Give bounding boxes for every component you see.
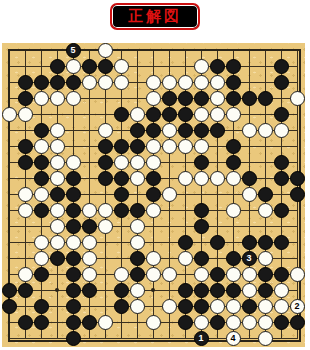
board-point bbox=[97, 186, 113, 202]
black-stone bbox=[50, 187, 65, 202]
board-point bbox=[225, 298, 241, 314]
board-point bbox=[193, 170, 209, 186]
white-stone bbox=[114, 75, 129, 90]
board-point bbox=[193, 218, 209, 234]
board-point bbox=[193, 202, 209, 218]
board-point bbox=[177, 154, 193, 170]
board-point bbox=[209, 170, 225, 186]
board-point bbox=[113, 250, 129, 266]
white-stone bbox=[146, 91, 161, 106]
board-point bbox=[17, 298, 33, 314]
black-stone bbox=[258, 267, 273, 282]
board-point bbox=[17, 90, 33, 106]
board-point bbox=[145, 74, 161, 90]
board-point bbox=[113, 234, 129, 250]
board-point bbox=[177, 186, 193, 202]
white-stone bbox=[114, 267, 129, 282]
board-point bbox=[273, 74, 289, 90]
board-point: 2 bbox=[289, 298, 305, 314]
black-stone bbox=[98, 59, 113, 74]
black-stone bbox=[34, 123, 49, 138]
black-stone bbox=[290, 171, 305, 186]
board-point bbox=[1, 298, 17, 314]
board-point bbox=[289, 218, 305, 234]
board-point bbox=[289, 330, 305, 346]
white-stone bbox=[114, 59, 129, 74]
white-stone bbox=[274, 283, 289, 298]
board-point bbox=[225, 250, 241, 266]
board-point bbox=[17, 122, 33, 138]
white-stone bbox=[258, 315, 273, 330]
board-point bbox=[17, 138, 33, 154]
board-point bbox=[225, 314, 241, 330]
board-point bbox=[81, 202, 97, 218]
white-stone bbox=[242, 283, 257, 298]
board-point bbox=[273, 282, 289, 298]
black-stone bbox=[66, 331, 81, 346]
black-stone bbox=[66, 187, 81, 202]
black-stone bbox=[274, 235, 289, 250]
white-stone bbox=[162, 267, 177, 282]
board-point bbox=[241, 170, 257, 186]
board-point bbox=[225, 42, 241, 58]
black-stone bbox=[194, 203, 209, 218]
board-point bbox=[273, 42, 289, 58]
white-stone bbox=[162, 139, 177, 154]
white-stone bbox=[146, 251, 161, 266]
board-point bbox=[289, 186, 305, 202]
black-stone bbox=[18, 315, 33, 330]
board-point bbox=[193, 58, 209, 74]
board-point bbox=[113, 74, 129, 90]
board-point bbox=[273, 90, 289, 106]
move-number: 4 bbox=[230, 334, 235, 343]
white-stone bbox=[130, 299, 145, 314]
black-stone bbox=[274, 315, 289, 330]
white-stone bbox=[226, 107, 241, 122]
board-point bbox=[1, 282, 17, 298]
board-point bbox=[1, 74, 17, 90]
board-point bbox=[17, 170, 33, 186]
board-point bbox=[209, 218, 225, 234]
board-point bbox=[33, 282, 49, 298]
black-stone bbox=[210, 123, 225, 138]
board-point bbox=[49, 90, 65, 106]
board-point bbox=[49, 282, 65, 298]
board-point bbox=[257, 90, 273, 106]
black-stone bbox=[258, 91, 273, 106]
board-point bbox=[209, 298, 225, 314]
board-point bbox=[289, 42, 305, 58]
black-stone bbox=[2, 283, 17, 298]
board-point bbox=[17, 42, 33, 58]
black-stone bbox=[114, 203, 129, 218]
board-point bbox=[17, 202, 33, 218]
board-point bbox=[177, 122, 193, 138]
board-point bbox=[209, 202, 225, 218]
board-point bbox=[33, 298, 49, 314]
board-point bbox=[97, 74, 113, 90]
board-point bbox=[241, 234, 257, 250]
board-point bbox=[161, 170, 177, 186]
board-point bbox=[145, 250, 161, 266]
white-stone bbox=[18, 203, 33, 218]
white-stone bbox=[162, 123, 177, 138]
board-point bbox=[65, 250, 81, 266]
board-point bbox=[193, 106, 209, 122]
board-point bbox=[33, 58, 49, 74]
board-point bbox=[97, 170, 113, 186]
board-point bbox=[161, 74, 177, 90]
white-stone bbox=[98, 123, 113, 138]
board-point bbox=[273, 154, 289, 170]
board-point bbox=[97, 122, 113, 138]
white-stone bbox=[34, 139, 49, 154]
board-point bbox=[161, 106, 177, 122]
white-stone bbox=[66, 91, 81, 106]
board-point bbox=[225, 170, 241, 186]
board-point bbox=[145, 330, 161, 346]
board-point bbox=[225, 202, 241, 218]
board-point bbox=[129, 234, 145, 250]
board-point bbox=[241, 122, 257, 138]
board-point bbox=[273, 170, 289, 186]
black-stone bbox=[50, 75, 65, 90]
white-stone bbox=[258, 251, 273, 266]
white-stone bbox=[98, 203, 113, 218]
white-stone bbox=[274, 299, 289, 314]
black-stone bbox=[130, 139, 145, 154]
board-point bbox=[145, 154, 161, 170]
board-point bbox=[161, 202, 177, 218]
board-point bbox=[1, 138, 17, 154]
board-point bbox=[81, 42, 97, 58]
board-point bbox=[145, 218, 161, 234]
board-point bbox=[145, 122, 161, 138]
white-stone bbox=[210, 107, 225, 122]
board-point bbox=[241, 58, 257, 74]
white-stone bbox=[98, 219, 113, 234]
board-point bbox=[49, 234, 65, 250]
move-number: 3 bbox=[246, 254, 251, 263]
board-point bbox=[113, 330, 129, 346]
board-point bbox=[289, 170, 305, 186]
black-stone bbox=[274, 203, 289, 218]
board-point bbox=[241, 42, 257, 58]
board-point bbox=[273, 58, 289, 74]
board-point bbox=[289, 266, 305, 282]
board-point bbox=[65, 330, 81, 346]
board-point bbox=[65, 138, 81, 154]
board-point bbox=[65, 234, 81, 250]
board-point bbox=[289, 106, 305, 122]
board-point bbox=[81, 90, 97, 106]
board-point bbox=[113, 42, 129, 58]
board-point bbox=[289, 234, 305, 250]
white-stone bbox=[226, 315, 241, 330]
board-point bbox=[177, 234, 193, 250]
black-stone bbox=[98, 155, 113, 170]
board-point bbox=[97, 298, 113, 314]
board-point bbox=[193, 138, 209, 154]
white-stone bbox=[130, 235, 145, 250]
board-point bbox=[145, 138, 161, 154]
white-stone bbox=[50, 171, 65, 186]
black-stone bbox=[290, 315, 305, 330]
board-point bbox=[257, 154, 273, 170]
board-point bbox=[1, 90, 17, 106]
move-number: 5 bbox=[70, 46, 75, 55]
board-point bbox=[65, 202, 81, 218]
board-point bbox=[97, 330, 113, 346]
board-point bbox=[257, 186, 273, 202]
board-point bbox=[145, 58, 161, 74]
go-board: 53214 bbox=[2, 43, 305, 347]
board-point bbox=[257, 298, 273, 314]
black-stone bbox=[66, 315, 81, 330]
white-stone bbox=[66, 235, 81, 250]
board-point bbox=[209, 330, 225, 346]
black-stone bbox=[114, 187, 129, 202]
white-stone bbox=[50, 203, 65, 218]
white-stone bbox=[178, 171, 193, 186]
board-point bbox=[273, 330, 289, 346]
black-stone bbox=[274, 59, 289, 74]
board-point bbox=[1, 218, 17, 234]
white-stone bbox=[130, 155, 145, 170]
board-point bbox=[225, 234, 241, 250]
board-point bbox=[113, 282, 129, 298]
white-stone bbox=[242, 187, 257, 202]
board-point bbox=[129, 266, 145, 282]
board-point: 1 bbox=[193, 330, 209, 346]
board-point bbox=[33, 250, 49, 266]
white-stone bbox=[210, 75, 225, 90]
board-point bbox=[65, 90, 81, 106]
white-stone-move-2: 2 bbox=[290, 299, 305, 314]
board-point bbox=[49, 138, 65, 154]
board-point bbox=[193, 250, 209, 266]
board-intersections: 53214 bbox=[1, 42, 305, 346]
board-point bbox=[193, 74, 209, 90]
board-point bbox=[289, 90, 305, 106]
board-point bbox=[65, 170, 81, 186]
board-point bbox=[241, 138, 257, 154]
black-stone bbox=[210, 283, 225, 298]
board-point bbox=[33, 138, 49, 154]
black-stone bbox=[194, 219, 209, 234]
board-point bbox=[273, 138, 289, 154]
board-point bbox=[81, 234, 97, 250]
black-stone bbox=[34, 299, 49, 314]
board-point bbox=[225, 106, 241, 122]
board-point bbox=[193, 266, 209, 282]
black-stone bbox=[178, 315, 193, 330]
black-stone bbox=[34, 267, 49, 282]
board-point bbox=[145, 170, 161, 186]
board-point bbox=[33, 330, 49, 346]
black-stone bbox=[290, 187, 305, 202]
board-point bbox=[1, 106, 17, 122]
white-stone bbox=[50, 155, 65, 170]
black-stone bbox=[258, 187, 273, 202]
white-stone bbox=[242, 123, 257, 138]
black-stone bbox=[98, 171, 113, 186]
board-point bbox=[81, 106, 97, 122]
black-stone bbox=[114, 107, 129, 122]
board-point bbox=[97, 202, 113, 218]
board-point bbox=[81, 250, 97, 266]
black-stone bbox=[162, 91, 177, 106]
board-point bbox=[49, 218, 65, 234]
board-point bbox=[1, 314, 17, 330]
white-stone bbox=[18, 187, 33, 202]
white-stone bbox=[226, 299, 241, 314]
white-stone bbox=[210, 171, 225, 186]
board-point bbox=[177, 314, 193, 330]
board-point bbox=[49, 314, 65, 330]
board-point bbox=[177, 298, 193, 314]
board-point bbox=[97, 266, 113, 282]
black-stone bbox=[210, 235, 225, 250]
white-stone bbox=[82, 267, 97, 282]
board-point bbox=[209, 250, 225, 266]
black-stone bbox=[34, 315, 49, 330]
black-stone bbox=[82, 315, 97, 330]
black-stone bbox=[34, 171, 49, 186]
board-point bbox=[97, 58, 113, 74]
black-stone bbox=[194, 155, 209, 170]
board-point bbox=[177, 330, 193, 346]
white-stone bbox=[66, 155, 81, 170]
board-point bbox=[81, 58, 97, 74]
white-stone bbox=[34, 235, 49, 250]
board-point bbox=[193, 90, 209, 106]
board-point bbox=[113, 266, 129, 282]
board-point bbox=[257, 202, 273, 218]
board-point bbox=[145, 186, 161, 202]
black-stone bbox=[146, 123, 161, 138]
board-point bbox=[257, 74, 273, 90]
board-point bbox=[257, 250, 273, 266]
board-point bbox=[81, 74, 97, 90]
board-point bbox=[161, 122, 177, 138]
board-point bbox=[17, 154, 33, 170]
black-stone bbox=[114, 299, 129, 314]
board-point bbox=[209, 138, 225, 154]
board-point bbox=[289, 314, 305, 330]
black-stone bbox=[114, 283, 129, 298]
white-stone bbox=[82, 75, 97, 90]
white-stone bbox=[194, 59, 209, 74]
board-point bbox=[65, 74, 81, 90]
white-stone bbox=[162, 187, 177, 202]
diagram-title: 正解図 bbox=[128, 7, 182, 24]
board-point bbox=[129, 250, 145, 266]
board-point bbox=[97, 138, 113, 154]
board-point bbox=[209, 314, 225, 330]
black-stone-move-5: 5 bbox=[66, 43, 81, 58]
white-stone bbox=[82, 235, 97, 250]
board-point bbox=[129, 154, 145, 170]
star-point bbox=[151, 288, 155, 292]
board-point bbox=[225, 218, 241, 234]
board-point bbox=[161, 314, 177, 330]
board-point bbox=[33, 74, 49, 90]
black-stone bbox=[178, 235, 193, 250]
white-stone bbox=[98, 315, 113, 330]
board-point bbox=[129, 298, 145, 314]
black-stone bbox=[82, 59, 97, 74]
board-point bbox=[97, 234, 113, 250]
board-point bbox=[241, 298, 257, 314]
board-point bbox=[241, 330, 257, 346]
board-point bbox=[113, 106, 129, 122]
black-stone bbox=[146, 107, 161, 122]
board-point bbox=[33, 218, 49, 234]
black-stone bbox=[18, 91, 33, 106]
board-point bbox=[49, 42, 65, 58]
board-point bbox=[209, 266, 225, 282]
board-point: 5 bbox=[65, 42, 81, 58]
board-point bbox=[273, 234, 289, 250]
board-point bbox=[209, 74, 225, 90]
white-stone bbox=[18, 267, 33, 282]
board-point bbox=[241, 74, 257, 90]
black-stone bbox=[2, 299, 17, 314]
board-point bbox=[161, 218, 177, 234]
white-stone bbox=[130, 107, 145, 122]
board-point bbox=[161, 282, 177, 298]
board-point bbox=[129, 218, 145, 234]
black-stone bbox=[50, 251, 65, 266]
board-point bbox=[209, 106, 225, 122]
white-stone bbox=[130, 283, 145, 298]
white-stone bbox=[258, 331, 273, 346]
board-point bbox=[177, 282, 193, 298]
board-point bbox=[129, 74, 145, 90]
board-point bbox=[113, 202, 129, 218]
black-stone bbox=[34, 75, 49, 90]
white-stone bbox=[194, 107, 209, 122]
board-point bbox=[33, 42, 49, 58]
black-stone bbox=[18, 283, 33, 298]
board-point bbox=[161, 90, 177, 106]
board-point bbox=[17, 314, 33, 330]
board-point bbox=[81, 138, 97, 154]
board-point bbox=[97, 218, 113, 234]
black-stone bbox=[274, 171, 289, 186]
black-stone bbox=[130, 203, 145, 218]
board-point bbox=[65, 122, 81, 138]
move-number: 1 bbox=[198, 334, 203, 343]
board-point bbox=[33, 106, 49, 122]
board-point: 3 bbox=[241, 250, 257, 266]
board-point bbox=[97, 42, 113, 58]
white-stone bbox=[34, 91, 49, 106]
board-point bbox=[129, 314, 145, 330]
board-point bbox=[177, 202, 193, 218]
board-point bbox=[1, 154, 17, 170]
board-point bbox=[129, 106, 145, 122]
white-stone bbox=[226, 171, 241, 186]
white-stone bbox=[146, 203, 161, 218]
board-point bbox=[225, 90, 241, 106]
white-stone bbox=[130, 219, 145, 234]
black-stone bbox=[226, 283, 241, 298]
black-stone bbox=[194, 251, 209, 266]
white-stone bbox=[146, 139, 161, 154]
